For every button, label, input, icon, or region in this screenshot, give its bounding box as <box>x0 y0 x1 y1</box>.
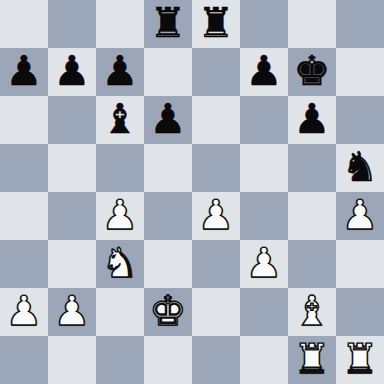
square-d1[interactable] <box>144 336 192 384</box>
square-e1[interactable] <box>192 336 240 384</box>
square-g4[interactable] <box>288 192 336 240</box>
square-a5[interactable] <box>0 144 48 192</box>
square-d5[interactable] <box>144 144 192 192</box>
white-rook[interactable]: ♜ <box>342 335 379 383</box>
white-pawn[interactable]: ♟ <box>102 191 139 239</box>
square-c5[interactable] <box>96 144 144 192</box>
square-d6[interactable]: ♟ <box>144 96 192 144</box>
black-rook[interactable]: ♜ <box>198 0 235 47</box>
square-a3[interactable] <box>0 240 48 288</box>
square-f1[interactable] <box>240 336 288 384</box>
square-g6[interactable]: ♟ <box>288 96 336 144</box>
black-pawn[interactable]: ♟ <box>54 47 91 95</box>
square-b2[interactable]: ♟ <box>48 288 96 336</box>
white-knight[interactable]: ♞ <box>102 239 139 287</box>
square-h7[interactable] <box>336 48 384 96</box>
square-f5[interactable] <box>240 144 288 192</box>
square-e5[interactable] <box>192 144 240 192</box>
black-bishop[interactable]: ♝ <box>102 95 139 143</box>
square-e8[interactable]: ♜ <box>192 0 240 48</box>
square-h6[interactable] <box>336 96 384 144</box>
square-h5[interactable]: ♞ <box>336 144 384 192</box>
square-c7[interactable]: ♟ <box>96 48 144 96</box>
square-b5[interactable] <box>48 144 96 192</box>
square-g2[interactable]: ♝ <box>288 288 336 336</box>
square-a4[interactable] <box>0 192 48 240</box>
square-e6[interactable] <box>192 96 240 144</box>
square-c1[interactable] <box>96 336 144 384</box>
square-h1[interactable]: ♜ <box>336 336 384 384</box>
square-e7[interactable] <box>192 48 240 96</box>
square-a2[interactable]: ♟ <box>0 288 48 336</box>
square-f2[interactable] <box>240 288 288 336</box>
white-pawn[interactable]: ♟ <box>246 239 283 287</box>
square-a6[interactable] <box>0 96 48 144</box>
square-g7[interactable]: ♚ <box>288 48 336 96</box>
square-a7[interactable]: ♟ <box>0 48 48 96</box>
square-a1[interactable] <box>0 336 48 384</box>
square-f4[interactable] <box>240 192 288 240</box>
square-g8[interactable] <box>288 0 336 48</box>
square-c4[interactable]: ♟ <box>96 192 144 240</box>
square-d7[interactable] <box>144 48 192 96</box>
black-knight[interactable]: ♞ <box>342 143 379 191</box>
square-c3[interactable]: ♞ <box>96 240 144 288</box>
square-c8[interactable] <box>96 0 144 48</box>
square-b4[interactable] <box>48 192 96 240</box>
square-d3[interactable] <box>144 240 192 288</box>
square-d2[interactable]: ♚ <box>144 288 192 336</box>
square-b3[interactable] <box>48 240 96 288</box>
square-h2[interactable] <box>336 288 384 336</box>
square-c2[interactable] <box>96 288 144 336</box>
square-h3[interactable] <box>336 240 384 288</box>
black-pawn[interactable]: ♟ <box>294 95 331 143</box>
square-f7[interactable]: ♟ <box>240 48 288 96</box>
square-f8[interactable] <box>240 0 288 48</box>
square-d4[interactable] <box>144 192 192 240</box>
square-e4[interactable]: ♟ <box>192 192 240 240</box>
black-rook[interactable]: ♜ <box>150 0 187 47</box>
black-pawn[interactable]: ♟ <box>102 47 139 95</box>
white-pawn[interactable]: ♟ <box>54 287 91 335</box>
square-d8[interactable]: ♜ <box>144 0 192 48</box>
square-f3[interactable]: ♟ <box>240 240 288 288</box>
black-pawn[interactable]: ♟ <box>6 47 43 95</box>
black-king[interactable]: ♚ <box>294 47 331 95</box>
square-g1[interactable]: ♜ <box>288 336 336 384</box>
square-f6[interactable] <box>240 96 288 144</box>
white-pawn[interactable]: ♟ <box>198 191 235 239</box>
square-g5[interactable] <box>288 144 336 192</box>
square-e3[interactable] <box>192 240 240 288</box>
square-a8[interactable] <box>0 0 48 48</box>
square-b7[interactable]: ♟ <box>48 48 96 96</box>
chess-board: ♜♜♟♟♟♟♚♝♟♟♞♟♟♟♞♟♟♟♚♝♜♜ <box>0 0 384 384</box>
white-pawn[interactable]: ♟ <box>342 191 379 239</box>
white-king[interactable]: ♚ <box>150 287 187 335</box>
square-e2[interactable] <box>192 288 240 336</box>
white-rook[interactable]: ♜ <box>294 335 331 383</box>
black-pawn[interactable]: ♟ <box>150 95 187 143</box>
square-h4[interactable]: ♟ <box>336 192 384 240</box>
square-b6[interactable] <box>48 96 96 144</box>
square-g3[interactable] <box>288 240 336 288</box>
black-pawn[interactable]: ♟ <box>246 47 283 95</box>
square-b8[interactable] <box>48 0 96 48</box>
white-bishop[interactable]: ♝ <box>294 287 331 335</box>
square-h8[interactable] <box>336 0 384 48</box>
square-c6[interactable]: ♝ <box>96 96 144 144</box>
square-b1[interactable] <box>48 336 96 384</box>
white-pawn[interactable]: ♟ <box>6 287 43 335</box>
